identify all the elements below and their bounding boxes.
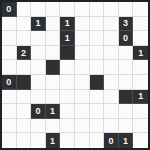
cell-r3c0-empty[interactable] [2, 46, 17, 61]
cell-r9c6-empty[interactable] [90, 133, 105, 148]
cell-r9c9-empty[interactable] [133, 133, 148, 148]
cell-r2c7-empty[interactable] [104, 31, 119, 46]
cell-r6c2-empty[interactable] [31, 90, 46, 105]
cell-r7c7-empty[interactable] [104, 104, 119, 119]
cell-r0c9-empty[interactable] [133, 2, 148, 17]
cell-r1c5-empty[interactable] [75, 17, 90, 32]
cell-r7c4-empty[interactable] [60, 104, 75, 119]
cell-r8c7-empty[interactable] [104, 119, 119, 134]
cell-r4c3-filled[interactable] [46, 60, 61, 75]
cell-r3c7-empty[interactable] [104, 46, 119, 61]
cell-r7c5-empty[interactable] [75, 104, 90, 119]
cell-r5c4-empty[interactable] [60, 75, 75, 90]
cell-r6c6-empty[interactable] [90, 90, 105, 105]
cell-r9c3-filled[interactable]: 1 [46, 133, 61, 148]
cell-r8c0-empty[interactable] [2, 119, 17, 134]
cell-r1c8-filled[interactable]: 3 [119, 17, 134, 32]
cell-r5c9-empty[interactable] [133, 75, 148, 90]
cell-r6c9-filled[interactable]: 1 [133, 90, 148, 105]
cell-r5c7-empty[interactable] [104, 75, 119, 90]
cell-r7c0-empty[interactable] [2, 104, 17, 119]
cell-r4c8-empty[interactable] [119, 60, 134, 75]
cell-r2c5-empty[interactable] [75, 31, 90, 46]
cell-r7c1-empty[interactable] [17, 104, 32, 119]
cell-r3c3-empty[interactable] [46, 46, 61, 61]
cell-r6c3-empty[interactable] [46, 90, 61, 105]
cell-r8c2-empty[interactable] [31, 119, 46, 134]
cell-r8c9-empty[interactable] [133, 119, 148, 134]
cell-r0c6-empty[interactable] [90, 2, 105, 17]
cell-r1c3-empty[interactable] [46, 17, 61, 32]
cell-r2c0-empty[interactable] [2, 31, 17, 46]
cell-r1c4-filled[interactable]: 1 [60, 17, 75, 32]
cell-r8c5-empty[interactable] [75, 119, 90, 134]
cell-r4c1-empty[interactable] [17, 60, 32, 75]
cell-r2c3-empty[interactable] [46, 31, 61, 46]
cell-r2c8-filled[interactable]: 0 [119, 31, 134, 46]
cell-r0c2-empty[interactable] [31, 2, 46, 17]
cell-r4c7-empty[interactable] [104, 60, 119, 75]
cell-r9c2-empty[interactable] [31, 133, 46, 148]
cell-r9c4-empty[interactable] [60, 133, 75, 148]
cell-r4c2-empty[interactable] [31, 60, 46, 75]
cell-r1c1-empty[interactable] [17, 17, 32, 32]
cell-r6c0-empty[interactable] [2, 90, 17, 105]
cell-r8c1-empty[interactable] [17, 119, 32, 134]
cell-r9c0-empty[interactable] [2, 133, 17, 148]
cell-r0c5-empty[interactable] [75, 2, 90, 17]
cell-r8c8-empty[interactable] [119, 119, 134, 134]
cell-r3c1-filled[interactable]: 2 [17, 46, 32, 61]
cell-r0c4-empty[interactable] [60, 2, 75, 17]
cell-r2c4-filled[interactable]: 1 [60, 31, 75, 46]
cell-r0c8-empty[interactable] [119, 2, 134, 17]
cell-r3c6-empty[interactable] [90, 46, 105, 61]
cell-r6c5-empty[interactable] [75, 90, 90, 105]
cell-r2c9-empty[interactable] [133, 31, 148, 46]
cell-r8c6-empty[interactable] [90, 119, 105, 134]
cell-r8c3-empty[interactable] [46, 119, 61, 134]
cell-r3c4-filled[interactable] [60, 46, 75, 61]
cell-r4c9-empty[interactable] [133, 60, 148, 75]
cell-r5c1-filled[interactable] [17, 75, 32, 90]
cell-r3c9-filled[interactable]: 1 [133, 46, 148, 61]
cell-r1c2-filled[interactable]: 1 [31, 17, 46, 32]
cell-r9c7-filled[interactable]: 0 [104, 133, 119, 148]
cell-r7c6-empty[interactable] [90, 104, 105, 119]
cell-r5c2-empty[interactable] [31, 75, 46, 90]
cell-r5c3-empty[interactable] [46, 75, 61, 90]
cell-r7c3-filled[interactable]: 1 [46, 104, 61, 119]
cell-r9c5-empty[interactable] [75, 133, 90, 148]
cell-r0c7-empty[interactable] [104, 2, 119, 17]
cell-r4c0-empty[interactable] [2, 60, 17, 75]
cell-r4c4-empty[interactable] [60, 60, 75, 75]
cell-r9c8-filled[interactable]: 1 [119, 133, 134, 148]
cell-r2c1-empty[interactable] [17, 31, 32, 46]
cell-r5c5-empty[interactable] [75, 75, 90, 90]
cell-r0c0-filled[interactable]: 0 [2, 2, 17, 17]
cell-r1c9-empty[interactable] [133, 17, 148, 32]
cell-r4c6-empty[interactable] [90, 60, 105, 75]
puzzle-board: 011310210101101 [0, 0, 150, 150]
cell-r0c1-empty[interactable] [17, 2, 32, 17]
cell-r6c8-filled[interactable] [119, 90, 134, 105]
cell-r0c3-empty[interactable] [46, 2, 61, 17]
cell-r3c2-empty[interactable] [31, 46, 46, 61]
cell-r9c1-empty[interactable] [17, 133, 32, 148]
cell-r5c0-filled[interactable]: 0 [2, 75, 17, 90]
cell-r7c8-empty[interactable] [119, 104, 134, 119]
cell-r6c4-empty[interactable] [60, 90, 75, 105]
cell-r1c0-empty[interactable] [2, 17, 17, 32]
cell-r2c6-empty[interactable] [90, 31, 105, 46]
cell-r5c8-empty[interactable] [119, 75, 134, 90]
cell-r3c8-empty[interactable] [119, 46, 134, 61]
cell-r3c5-empty[interactable] [75, 46, 90, 61]
cell-r6c1-empty[interactable] [17, 90, 32, 105]
cell-r7c9-empty[interactable] [133, 104, 148, 119]
cell-r4c5-empty[interactable] [75, 60, 90, 75]
cell-r1c7-empty[interactable] [104, 17, 119, 32]
cell-r2c2-empty[interactable] [31, 31, 46, 46]
cell-r1c6-empty[interactable] [90, 17, 105, 32]
cell-r8c4-empty[interactable] [60, 119, 75, 134]
cell-r6c7-empty[interactable] [104, 90, 119, 105]
cell-r7c2-filled[interactable]: 0 [31, 104, 46, 119]
cell-r5c6-filled[interactable] [90, 75, 105, 90]
